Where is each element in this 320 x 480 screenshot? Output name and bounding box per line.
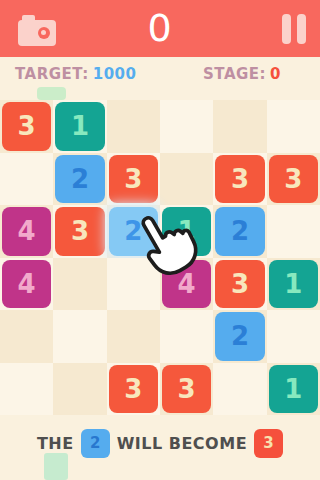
tile-4[interactable]: 4 (2, 260, 51, 309)
board-cell (267, 100, 320, 153)
tile-3[interactable]: 3 (215, 260, 264, 309)
board-cell (107, 100, 160, 153)
game-board: 3123334321244312331 (0, 100, 320, 415)
hint-from-tile: 2 (81, 429, 110, 458)
board-cell: 2 (213, 310, 266, 363)
tile-3[interactable]: 3 (215, 155, 264, 204)
tile-1[interactable]: 1 (162, 207, 211, 256)
board-cell (0, 153, 53, 206)
board-cell: 1 (160, 205, 213, 258)
board-cell: 3 (0, 100, 53, 153)
board-cell: 3 (267, 153, 320, 206)
board-cell (53, 310, 106, 363)
info-row: TARGET:1000 STAGE:0 (0, 62, 320, 88)
board-cell: 3 (213, 258, 266, 311)
app-screen: 0 TARGET:1000 STAGE:0 312333432124431233… (0, 0, 320, 480)
board-cell (267, 310, 320, 363)
tile-3[interactable]: 3 (2, 102, 51, 151)
board-cell: 4 (0, 258, 53, 311)
board-cell (53, 363, 106, 416)
board-cell (160, 310, 213, 363)
board-cell: 2 (53, 153, 106, 206)
score-value: 0 (0, 6, 320, 50)
tile-2[interactable]: 2 (55, 155, 104, 204)
pause-button[interactable] (282, 14, 306, 44)
top-bar: 0 (0, 0, 320, 57)
pause-icon (282, 14, 291, 44)
tile-4[interactable]: 4 (162, 260, 211, 309)
stage-label: STAGE: (203, 65, 266, 83)
board-cell (53, 258, 106, 311)
tile-2[interactable]: 2 (215, 207, 264, 256)
board-cell: 3 (53, 205, 106, 258)
board-cell: 4 (0, 205, 53, 258)
spawn-preview-top (37, 87, 66, 100)
stage-value: 0 (270, 65, 281, 83)
target-label: TARGET: (15, 65, 89, 83)
board-cell: 1 (267, 258, 320, 311)
tile-1[interactable]: 1 (55, 102, 104, 151)
board-cell (107, 258, 160, 311)
tile-3[interactable]: 3 (269, 155, 318, 204)
tile-2[interactable]: 2 (215, 312, 264, 361)
tile-2-selected[interactable]: 2 (109, 207, 158, 256)
hint-will-become: WILL BECOME (117, 434, 247, 453)
board-cell: 3 (160, 363, 213, 416)
tile-4[interactable]: 4 (2, 207, 51, 256)
tile-3[interactable]: 3 (109, 365, 158, 414)
board-cell: 4 (160, 258, 213, 311)
board-cell: 3 (107, 153, 160, 206)
board-cell: 2 (213, 205, 266, 258)
board-cell (267, 205, 320, 258)
board-cell (160, 100, 213, 153)
tile-1[interactable]: 1 (269, 365, 318, 414)
stage-display: STAGE:0 (203, 65, 281, 83)
target-value: 1000 (93, 65, 137, 83)
tile-3[interactable]: 3 (109, 155, 158, 204)
board-cell: 1 (267, 363, 320, 416)
tile-3[interactable]: 3 (162, 365, 211, 414)
tile-3[interactable]: 3 (55, 207, 104, 256)
board-cell: 3 (213, 153, 266, 206)
tutorial-hint: THE 2 WILL BECOME 3 (0, 428, 320, 458)
hint-the: THE (37, 434, 74, 453)
board-cell (213, 100, 266, 153)
target-display: TARGET:1000 (15, 65, 136, 83)
board-cell (213, 363, 266, 416)
board-cell (160, 153, 213, 206)
board-cell (107, 310, 160, 363)
board-cell (0, 363, 53, 416)
board-cell: 2 (107, 205, 160, 258)
board-cell: 1 (53, 100, 106, 153)
board-cell: 3 (107, 363, 160, 416)
hint-to-tile: 3 (254, 429, 283, 458)
tile-1[interactable]: 1 (269, 260, 318, 309)
board-cell (0, 310, 53, 363)
